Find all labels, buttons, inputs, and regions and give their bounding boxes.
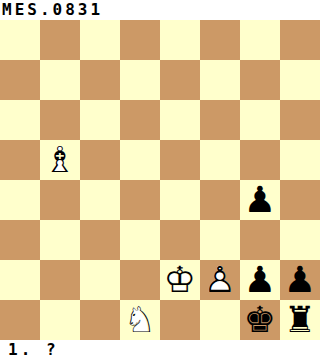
square-f1[interactable] (200, 300, 240, 340)
square-d2[interactable] (120, 260, 160, 300)
square-c6[interactable] (80, 100, 120, 140)
square-g7[interactable] (240, 60, 280, 100)
square-d1[interactable]: ♞♘ (120, 300, 160, 340)
chess-board: ♝♗♟♚♔♟♙♟♟♞♘♚♜ (0, 20, 320, 340)
white-pawn: ♙ (200, 260, 240, 300)
square-d8[interactable] (120, 20, 160, 60)
square-c4[interactable] (80, 180, 120, 220)
square-a6[interactable] (0, 100, 40, 140)
white-king: ♔ (160, 260, 200, 300)
square-e2[interactable]: ♚♔ (160, 260, 200, 300)
square-b5[interactable]: ♝♗ (40, 140, 80, 180)
square-g4[interactable]: ♟ (240, 180, 280, 220)
square-h3[interactable] (280, 220, 320, 260)
page-title: MES.0831 (0, 0, 320, 20)
black-pawn: ♟ (240, 180, 280, 220)
square-h7[interactable] (280, 60, 320, 100)
black-king: ♚ (240, 300, 280, 340)
square-a8[interactable] (0, 20, 40, 60)
square-b8[interactable] (40, 20, 80, 60)
square-e4[interactable] (160, 180, 200, 220)
chess-puzzle-page: MES.0831 ♝♗♟♚♔♟♙♟♟♞♘♚♜ 1. ? (0, 0, 320, 360)
black-pawn: ♟ (240, 260, 280, 300)
square-c5[interactable] (80, 140, 120, 180)
square-f6[interactable] (200, 100, 240, 140)
square-h5[interactable] (280, 140, 320, 180)
square-e6[interactable] (160, 100, 200, 140)
square-d4[interactable] (120, 180, 160, 220)
square-c1[interactable] (80, 300, 120, 340)
square-e3[interactable] (160, 220, 200, 260)
square-h1[interactable]: ♜ (280, 300, 320, 340)
square-g6[interactable] (240, 100, 280, 140)
square-f5[interactable] (200, 140, 240, 180)
square-h8[interactable] (280, 20, 320, 60)
square-a7[interactable] (0, 60, 40, 100)
square-f4[interactable] (200, 180, 240, 220)
square-c3[interactable] (80, 220, 120, 260)
square-d5[interactable] (120, 140, 160, 180)
square-e1[interactable] (160, 300, 200, 340)
square-d6[interactable] (120, 100, 160, 140)
square-d7[interactable] (120, 60, 160, 100)
square-g1[interactable]: ♚ (240, 300, 280, 340)
square-a2[interactable] (0, 260, 40, 300)
square-f8[interactable] (200, 20, 240, 60)
square-a5[interactable] (0, 140, 40, 180)
black-rook: ♜ (280, 300, 320, 340)
square-h6[interactable] (280, 100, 320, 140)
square-f7[interactable] (200, 60, 240, 100)
square-g5[interactable] (240, 140, 280, 180)
square-b2[interactable] (40, 260, 80, 300)
square-g8[interactable] (240, 20, 280, 60)
square-b6[interactable] (40, 100, 80, 140)
square-a1[interactable] (0, 300, 40, 340)
square-b3[interactable] (40, 220, 80, 260)
square-g3[interactable] (240, 220, 280, 260)
move-prompt: 1. ? (0, 340, 320, 360)
white-bishop: ♗ (40, 140, 80, 180)
square-e8[interactable] (160, 20, 200, 60)
white-knight: ♘ (120, 300, 160, 340)
square-e7[interactable] (160, 60, 200, 100)
square-g2[interactable]: ♟ (240, 260, 280, 300)
square-c7[interactable] (80, 60, 120, 100)
square-a3[interactable] (0, 220, 40, 260)
square-b4[interactable] (40, 180, 80, 220)
square-b1[interactable] (40, 300, 80, 340)
square-f2[interactable]: ♟♙ (200, 260, 240, 300)
black-pawn: ♟ (280, 260, 320, 300)
square-d3[interactable] (120, 220, 160, 260)
square-c2[interactable] (80, 260, 120, 300)
square-a4[interactable] (0, 180, 40, 220)
square-f3[interactable] (200, 220, 240, 260)
square-b7[interactable] (40, 60, 80, 100)
square-h4[interactable] (280, 180, 320, 220)
square-h2[interactable]: ♟ (280, 260, 320, 300)
square-c8[interactable] (80, 20, 120, 60)
square-e5[interactable] (160, 140, 200, 180)
